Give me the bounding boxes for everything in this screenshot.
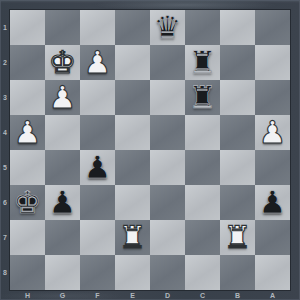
square-h6[interactable]: ♚ xyxy=(10,185,45,220)
square-a5[interactable] xyxy=(255,150,290,185)
rank-labels: 12345678 xyxy=(0,10,10,290)
rank-label-1: 1 xyxy=(0,10,10,45)
square-b6[interactable] xyxy=(220,185,255,220)
file-label-b: B xyxy=(220,290,255,300)
square-c6[interactable] xyxy=(185,185,220,220)
square-e6[interactable] xyxy=(115,185,150,220)
square-g3[interactable]: ♟ xyxy=(45,80,80,115)
square-b1[interactable] xyxy=(220,10,255,45)
square-a7[interactable] xyxy=(255,220,290,255)
square-e8[interactable] xyxy=(115,255,150,290)
square-f3[interactable] xyxy=(80,80,115,115)
square-h4[interactable]: ♟ xyxy=(10,115,45,150)
file-label-g: G xyxy=(45,290,80,300)
rank-label-7: 7 xyxy=(0,220,10,255)
piece-black-rook-c3[interactable]: ♜ xyxy=(185,80,220,115)
square-e2[interactable] xyxy=(115,45,150,80)
square-e7[interactable]: ♜ xyxy=(115,220,150,255)
piece-black-pawn-a6[interactable]: ♟ xyxy=(255,185,290,220)
file-label-c: C xyxy=(185,290,220,300)
square-e1[interactable] xyxy=(115,10,150,45)
chess-board-frame: ♛♚♟♜♟♜♟♟♟♚♟♟♜♜ 12345678 HGFEDCBA xyxy=(0,0,300,300)
square-h1[interactable] xyxy=(10,10,45,45)
square-a3[interactable] xyxy=(255,80,290,115)
square-b4[interactable] xyxy=(220,115,255,150)
square-c8[interactable] xyxy=(185,255,220,290)
rank-label-5: 5 xyxy=(0,150,10,185)
square-h3[interactable] xyxy=(10,80,45,115)
rank-label-8: 8 xyxy=(0,255,10,290)
square-g1[interactable] xyxy=(45,10,80,45)
piece-white-king-g2[interactable]: ♚ xyxy=(45,45,80,80)
square-f7[interactable] xyxy=(80,220,115,255)
square-g2[interactable]: ♚ xyxy=(45,45,80,80)
square-e5[interactable] xyxy=(115,150,150,185)
square-g4[interactable] xyxy=(45,115,80,150)
square-b3[interactable] xyxy=(220,80,255,115)
square-b2[interactable] xyxy=(220,45,255,80)
square-g6[interactable]: ♟ xyxy=(45,185,80,220)
file-label-f: F xyxy=(80,290,115,300)
square-d8[interactable] xyxy=(150,255,185,290)
piece-white-pawn-h4[interactable]: ♟ xyxy=(10,115,45,150)
square-h5[interactable] xyxy=(10,150,45,185)
square-g7[interactable] xyxy=(45,220,80,255)
piece-black-queen-d1[interactable]: ♛ xyxy=(150,10,185,45)
square-f8[interactable] xyxy=(80,255,115,290)
square-c7[interactable] xyxy=(185,220,220,255)
file-label-a: A xyxy=(255,290,290,300)
file-label-h: H xyxy=(10,290,45,300)
square-h8[interactable] xyxy=(10,255,45,290)
square-c5[interactable] xyxy=(185,150,220,185)
piece-black-king-h6[interactable]: ♚ xyxy=(10,185,45,220)
file-labels: HGFEDCBA xyxy=(10,290,290,300)
square-g5[interactable] xyxy=(45,150,80,185)
rank-label-2: 2 xyxy=(0,45,10,80)
square-c1[interactable] xyxy=(185,10,220,45)
square-d4[interactable] xyxy=(150,115,185,150)
square-c4[interactable] xyxy=(185,115,220,150)
square-a4[interactable]: ♟ xyxy=(255,115,290,150)
square-h7[interactable] xyxy=(10,220,45,255)
square-a8[interactable] xyxy=(255,255,290,290)
piece-white-pawn-a4[interactable]: ♟ xyxy=(255,115,290,150)
square-f1[interactable] xyxy=(80,10,115,45)
piece-black-rook-c2[interactable]: ♜ xyxy=(185,45,220,80)
piece-white-rook-b7[interactable]: ♜ xyxy=(220,220,255,255)
square-d3[interactable] xyxy=(150,80,185,115)
square-f6[interactable] xyxy=(80,185,115,220)
square-b7[interactable]: ♜ xyxy=(220,220,255,255)
square-f2[interactable]: ♟ xyxy=(80,45,115,80)
square-e4[interactable] xyxy=(115,115,150,150)
square-h2[interactable] xyxy=(10,45,45,80)
square-a6[interactable]: ♟ xyxy=(255,185,290,220)
square-d7[interactable] xyxy=(150,220,185,255)
square-c3[interactable]: ♜ xyxy=(185,80,220,115)
square-c2[interactable]: ♜ xyxy=(185,45,220,80)
rank-label-4: 4 xyxy=(0,115,10,150)
piece-white-pawn-f2[interactable]: ♟ xyxy=(80,45,115,80)
square-a2[interactable] xyxy=(255,45,290,80)
square-b8[interactable] xyxy=(220,255,255,290)
square-d5[interactable] xyxy=(150,150,185,185)
square-a1[interactable] xyxy=(255,10,290,45)
square-d1[interactable]: ♛ xyxy=(150,10,185,45)
rank-label-6: 6 xyxy=(0,185,10,220)
chess-board: ♛♚♟♜♟♜♟♟♟♚♟♟♜♜ xyxy=(10,10,290,290)
piece-black-pawn-f5[interactable]: ♟ xyxy=(80,150,115,185)
piece-black-pawn-g6[interactable]: ♟ xyxy=(45,185,80,220)
file-label-e: E xyxy=(115,290,150,300)
square-d6[interactable] xyxy=(150,185,185,220)
piece-white-pawn-g3[interactable]: ♟ xyxy=(45,80,80,115)
square-d2[interactable] xyxy=(150,45,185,80)
square-b5[interactable] xyxy=(220,150,255,185)
square-f5[interactable]: ♟ xyxy=(80,150,115,185)
square-f4[interactable] xyxy=(80,115,115,150)
piece-white-rook-e7[interactable]: ♜ xyxy=(115,220,150,255)
rank-label-3: 3 xyxy=(0,80,10,115)
square-g8[interactable] xyxy=(45,255,80,290)
file-label-d: D xyxy=(150,290,185,300)
square-e3[interactable] xyxy=(115,80,150,115)
